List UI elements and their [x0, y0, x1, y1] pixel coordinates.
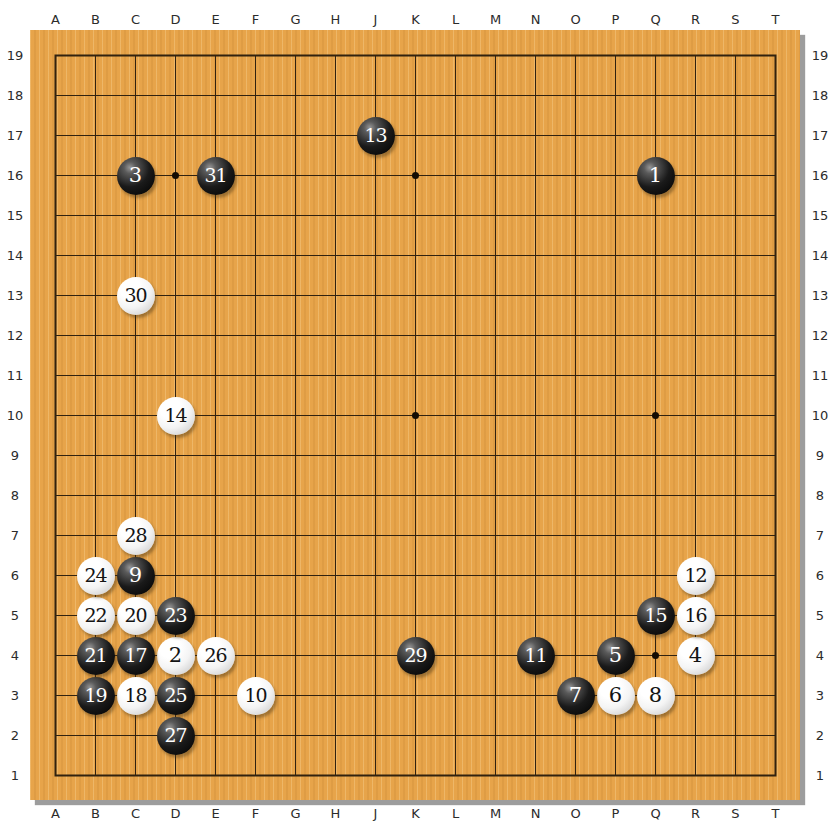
row-label-left-3: 3 — [2, 688, 28, 704]
move-number: 21 — [84, 646, 106, 665]
stone-white-8-Q3: 8 — [637, 677, 675, 715]
move-number: 19 — [84, 686, 106, 705]
stone-black-3-C16: 3 — [117, 157, 155, 195]
column-label-top-M: M — [476, 12, 516, 28]
move-number: 31 — [204, 166, 226, 185]
stone-black-25-D3: 25 — [157, 677, 195, 715]
move-number: 17 — [124, 646, 146, 665]
stone-black-17-C4: 17 — [117, 637, 155, 675]
column-label-top-K: K — [396, 12, 436, 28]
move-number: 23 — [164, 606, 186, 625]
column-label-bottom-T: T — [756, 806, 796, 822]
row-label-right-13: 13 — [807, 288, 833, 304]
column-label-top-B: B — [76, 12, 116, 28]
stone-black-11-N4: 11 — [517, 637, 555, 675]
go-board[interactable]: 1234567891011121314151617181920212223242… — [30, 30, 800, 800]
row-label-right-17: 17 — [807, 128, 833, 144]
column-label-top-C: C — [116, 12, 156, 28]
row-label-right-8: 8 — [807, 488, 833, 504]
column-label-top-A: A — [36, 12, 76, 28]
row-label-left-12: 12 — [2, 328, 28, 344]
column-label-top-Q: Q — [636, 12, 676, 28]
column-label-top-E: E — [196, 12, 236, 28]
row-label-left-13: 13 — [2, 288, 28, 304]
row-label-left-14: 14 — [2, 248, 28, 264]
column-label-top-P: P — [596, 12, 636, 28]
column-label-top-O: O — [556, 12, 596, 28]
move-number: 18 — [124, 686, 146, 705]
row-label-left-17: 17 — [2, 128, 28, 144]
column-label-bottom-P: P — [596, 806, 636, 822]
row-label-right-3: 3 — [807, 688, 833, 704]
column-label-bottom-L: L — [436, 806, 476, 822]
row-label-right-4: 4 — [807, 648, 833, 664]
stone-white-18-C3: 18 — [117, 677, 155, 715]
move-number: 2 — [169, 645, 182, 666]
stone-white-26-E4: 26 — [197, 637, 235, 675]
stone-white-10-F3: 10 — [237, 677, 275, 715]
row-label-right-9: 9 — [807, 448, 833, 464]
column-label-bottom-Q: Q — [636, 806, 676, 822]
column-label-top-H: H — [316, 12, 356, 28]
stone-black-27-D2: 27 — [157, 717, 195, 755]
row-label-left-15: 15 — [2, 208, 28, 224]
column-label-bottom-B: B — [76, 806, 116, 822]
row-label-right-2: 2 — [807, 728, 833, 744]
stone-black-21-B4: 21 — [77, 637, 115, 675]
column-label-bottom-A: A — [36, 806, 76, 822]
stone-black-19-B3: 19 — [77, 677, 115, 715]
move-number: 5 — [609, 645, 622, 666]
stone-black-31-E16: 31 — [197, 157, 235, 195]
column-label-top-G: G — [276, 12, 316, 28]
column-label-bottom-K: K — [396, 806, 436, 822]
move-number: 22 — [84, 606, 106, 625]
move-number: 3 — [129, 165, 142, 186]
column-label-bottom-D: D — [156, 806, 196, 822]
stone-black-9-C6: 9 — [117, 557, 155, 595]
column-label-bottom-G: G — [276, 806, 316, 822]
move-number: 4 — [689, 645, 702, 666]
row-label-left-5: 5 — [2, 608, 28, 624]
row-label-left-10: 10 — [2, 408, 28, 424]
move-number: 12 — [684, 566, 706, 585]
row-label-right-1: 1 — [807, 768, 833, 784]
move-number: 15 — [644, 606, 666, 625]
row-label-right-12: 12 — [807, 328, 833, 344]
move-number: 6 — [609, 685, 622, 706]
row-label-left-8: 8 — [2, 488, 28, 504]
column-label-top-L: L — [436, 12, 476, 28]
column-label-top-J: J — [356, 12, 396, 28]
stone-white-16-R5: 16 — [677, 597, 715, 635]
move-number: 29 — [404, 646, 426, 665]
row-label-left-18: 18 — [2, 88, 28, 104]
column-label-bottom-F: F — [236, 806, 276, 822]
stone-white-14-D10: 14 — [157, 397, 195, 435]
stone-white-24-B6: 24 — [77, 557, 115, 595]
row-label-right-14: 14 — [807, 248, 833, 264]
move-number: 27 — [164, 726, 186, 745]
stone-white-22-B5: 22 — [77, 597, 115, 635]
move-number: 24 — [84, 566, 106, 585]
column-label-bottom-R: R — [676, 806, 716, 822]
row-label-left-4: 4 — [2, 648, 28, 664]
stone-white-30-C13: 30 — [117, 277, 155, 315]
stone-white-20-C5: 20 — [117, 597, 155, 635]
move-number: 13 — [364, 126, 386, 145]
column-label-bottom-S: S — [716, 806, 756, 822]
column-label-top-F: F — [236, 12, 276, 28]
stone-black-23-D5: 23 — [157, 597, 195, 635]
move-number: 20 — [124, 606, 146, 625]
row-label-left-9: 9 — [2, 448, 28, 464]
row-label-left-2: 2 — [2, 728, 28, 744]
stone-white-28-C7: 28 — [117, 517, 155, 555]
column-label-bottom-E: E — [196, 806, 236, 822]
stone-white-2-D4: 2 — [157, 637, 195, 675]
stone-black-29-K4: 29 — [397, 637, 435, 675]
stone-black-15-Q5: 15 — [637, 597, 675, 635]
stone-black-1-Q16: 1 — [637, 157, 675, 195]
move-number: 14 — [164, 406, 186, 425]
row-label-right-18: 18 — [807, 88, 833, 104]
move-number: 16 — [684, 606, 706, 625]
stone-black-7-O3: 7 — [557, 677, 595, 715]
move-number: 8 — [649, 685, 662, 706]
move-number: 28 — [124, 526, 146, 545]
row-label-left-19: 19 — [2, 48, 28, 64]
stone-white-4-R4: 4 — [677, 637, 715, 675]
stone-white-12-R6: 12 — [677, 557, 715, 595]
column-label-top-R: R — [676, 12, 716, 28]
column-label-bottom-H: H — [316, 806, 356, 822]
column-label-bottom-C: C — [116, 806, 156, 822]
row-label-right-15: 15 — [807, 208, 833, 224]
move-number: 26 — [204, 646, 226, 665]
stones-layer: 1234567891011121314151617181920212223242… — [30, 30, 800, 800]
column-label-bottom-O: O — [556, 806, 596, 822]
move-number: 30 — [124, 286, 146, 305]
stone-white-6-P3: 6 — [597, 677, 635, 715]
row-label-right-10: 10 — [807, 408, 833, 424]
column-label-top-N: N — [516, 12, 556, 28]
row-label-right-6: 6 — [807, 568, 833, 584]
move-number: 11 — [524, 646, 546, 665]
row-label-left-1: 1 — [2, 768, 28, 784]
column-label-bottom-J: J — [356, 806, 396, 822]
column-label-top-T: T — [756, 12, 796, 28]
row-label-right-11: 11 — [807, 368, 833, 384]
move-number: 1 — [649, 165, 662, 186]
column-label-top-S: S — [716, 12, 756, 28]
stone-black-5-P4: 5 — [597, 637, 635, 675]
row-label-right-5: 5 — [807, 608, 833, 624]
row-label-right-19: 19 — [807, 48, 833, 64]
stone-black-13-J17: 13 — [357, 117, 395, 155]
move-number: 25 — [164, 686, 186, 705]
row-label-left-7: 7 — [2, 528, 28, 544]
row-label-right-16: 16 — [807, 168, 833, 184]
row-label-left-11: 11 — [2, 368, 28, 384]
column-label-bottom-N: N — [516, 806, 556, 822]
move-number: 9 — [129, 565, 142, 586]
row-label-left-16: 16 — [2, 168, 28, 184]
column-label-bottom-M: M — [476, 806, 516, 822]
move-number: 7 — [569, 685, 582, 706]
row-label-right-7: 7 — [807, 528, 833, 544]
row-label-left-6: 6 — [2, 568, 28, 584]
move-number: 10 — [244, 686, 266, 705]
column-label-top-D: D — [156, 12, 196, 28]
